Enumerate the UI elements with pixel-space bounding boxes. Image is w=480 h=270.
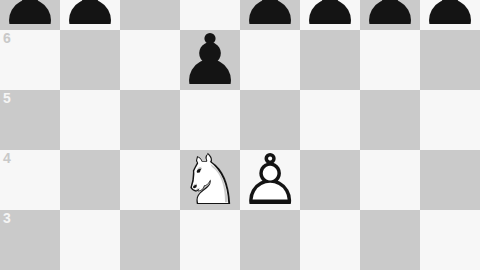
black-pawn-glyph: ♟ <box>300 0 360 30</box>
square-c5[interactable] <box>120 90 180 150</box>
white-knight-d4[interactable]: ♞♘ <box>180 150 240 210</box>
square-h6[interactable] <box>420 30 480 90</box>
square-a3[interactable]: 3 <box>0 210 60 270</box>
black-pawn-glyph: ♟ <box>240 0 300 30</box>
black-pawn-g7[interactable]: ♟ <box>360 0 420 30</box>
rank-label-4: 4 <box>3 151 11 165</box>
chess-board: ♟♟♟♟♟♟6♟54♞♘♟♙3 <box>0 0 480 270</box>
rank-label-6: 6 <box>3 31 11 45</box>
square-a6[interactable]: 6 <box>0 30 60 90</box>
square-f5[interactable] <box>300 90 360 150</box>
black-pawn-glyph: ♟ <box>60 0 120 30</box>
square-h3[interactable] <box>420 210 480 270</box>
square-g7[interactable]: ♟ <box>360 0 420 30</box>
rank-label-3: 3 <box>3 211 11 225</box>
black-pawn-glyph: ♟ <box>420 0 480 30</box>
square-b6[interactable] <box>60 30 120 90</box>
square-h7[interactable]: ♟ <box>420 0 480 30</box>
square-g5[interactable] <box>360 90 420 150</box>
black-pawn-glyph: ♟ <box>0 0 60 30</box>
black-pawn-glyph: ♟ <box>360 0 420 30</box>
square-c6[interactable] <box>120 30 180 90</box>
square-d3[interactable] <box>180 210 240 270</box>
square-g4[interactable] <box>360 150 420 210</box>
square-b7[interactable]: ♟ <box>60 0 120 30</box>
square-g3[interactable] <box>360 210 420 270</box>
square-f6[interactable] <box>300 30 360 90</box>
square-e7[interactable]: ♟ <box>240 0 300 30</box>
black-pawn-d6[interactable]: ♟ <box>180 30 240 90</box>
black-pawn-b7[interactable]: ♟ <box>60 0 120 30</box>
black-pawn-glyph: ♟ <box>180 30 240 90</box>
square-a4[interactable]: 4 <box>0 150 60 210</box>
square-g6[interactable] <box>360 30 420 90</box>
square-f7[interactable]: ♟ <box>300 0 360 30</box>
square-h4[interactable] <box>420 150 480 210</box>
white-pawn-outline-glyph: ♙ <box>240 150 300 210</box>
square-a7[interactable]: ♟ <box>0 0 60 30</box>
square-b4[interactable] <box>60 150 120 210</box>
white-pawn-e4[interactable]: ♟♙ <box>240 150 300 210</box>
black-pawn-a7[interactable]: ♟ <box>0 0 60 30</box>
black-pawn-e7[interactable]: ♟ <box>240 0 300 30</box>
square-e6[interactable] <box>240 30 300 90</box>
black-pawn-f7[interactable]: ♟ <box>300 0 360 30</box>
square-c7[interactable] <box>120 0 180 30</box>
square-d6[interactable]: ♟ <box>180 30 240 90</box>
square-e4[interactable]: ♟♙ <box>240 150 300 210</box>
square-a5[interactable]: 5 <box>0 90 60 150</box>
black-pawn-h7[interactable]: ♟ <box>420 0 480 30</box>
rank-label-5: 5 <box>3 91 11 105</box>
board-viewport: ♟♟♟♟♟♟6♟54♞♘♟♙3 <box>0 0 480 270</box>
square-b3[interactable] <box>60 210 120 270</box>
square-d4[interactable]: ♞♘ <box>180 150 240 210</box>
square-h5[interactable] <box>420 90 480 150</box>
square-e3[interactable] <box>240 210 300 270</box>
square-f4[interactable] <box>300 150 360 210</box>
square-c4[interactable] <box>120 150 180 210</box>
square-c3[interactable] <box>120 210 180 270</box>
white-knight-outline-glyph: ♘ <box>180 150 240 210</box>
square-f3[interactable] <box>300 210 360 270</box>
square-b5[interactable] <box>60 90 120 150</box>
